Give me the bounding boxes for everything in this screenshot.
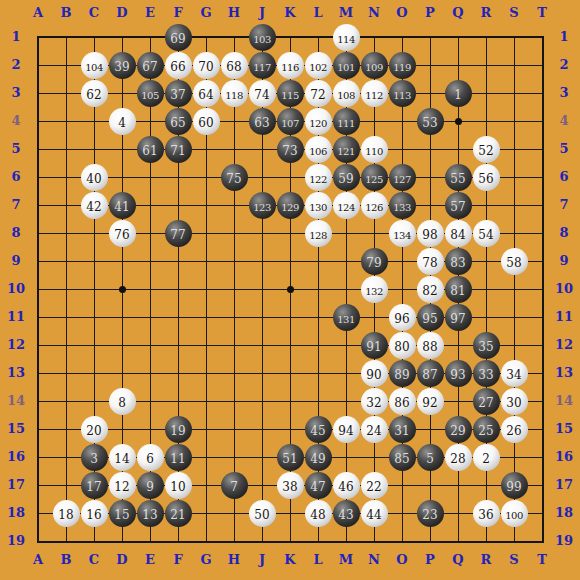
- move-number: 120: [309, 118, 327, 129]
- coordinate-label: O: [392, 4, 412, 22]
- stone[interactable]: 113: [389, 80, 416, 107]
- stone[interactable]: 22: [361, 472, 388, 499]
- stone[interactable]: 6: [137, 444, 164, 471]
- coordinate-label: 15: [550, 420, 578, 438]
- move-number: 21: [170, 508, 185, 522]
- coordinate-label: C: [84, 4, 104, 22]
- coordinate-label: 15: [2, 420, 30, 438]
- move-number: 78: [422, 256, 437, 270]
- move-number: 113: [393, 90, 411, 101]
- stone[interactable]: 42: [81, 192, 108, 219]
- move-number: 31: [394, 424, 409, 438]
- move-number: 86: [394, 396, 409, 410]
- stone[interactable]: 20: [81, 416, 108, 443]
- stone[interactable]: 105: [137, 80, 164, 107]
- move-number: 99: [506, 480, 521, 494]
- coordinate-label: 13: [2, 364, 30, 382]
- move-number: 12: [114, 480, 129, 494]
- move-number: 116: [281, 62, 299, 73]
- stone[interactable]: 103: [249, 24, 276, 51]
- stone[interactable]: 124: [333, 192, 360, 219]
- move-number: 118: [225, 90, 243, 101]
- stone[interactable]: 33: [473, 360, 500, 387]
- stone[interactable]: 84: [445, 220, 472, 247]
- coordinate-label: C: [84, 551, 104, 569]
- star-point: [119, 286, 126, 293]
- coordinate-label: L: [308, 4, 328, 22]
- stone[interactable]: 41: [109, 192, 136, 219]
- move-number: 43: [338, 508, 353, 522]
- stone[interactable]: 58: [501, 248, 528, 275]
- stone[interactable]: 77: [165, 220, 192, 247]
- coordinate-label: G: [196, 551, 216, 569]
- stone[interactable]: 112: [361, 80, 388, 107]
- stone[interactable]: 85: [389, 444, 416, 471]
- stone[interactable]: 125: [361, 164, 388, 191]
- stone[interactable]: 132: [361, 276, 388, 303]
- stone[interactable]: 52: [473, 136, 500, 163]
- coordinate-label: 13: [550, 364, 578, 382]
- stone[interactable]: 70: [193, 52, 220, 79]
- stone[interactable]: 12: [109, 472, 136, 499]
- move-number: 54: [478, 228, 493, 242]
- move-number: 18: [58, 508, 73, 522]
- coordinate-label: 1: [550, 28, 578, 46]
- move-number: 72: [310, 88, 325, 102]
- move-number: 58: [506, 256, 521, 270]
- stone[interactable]: 111: [333, 108, 360, 135]
- stone[interactable]: 14: [109, 444, 136, 471]
- coordinate-label: H: [224, 551, 244, 569]
- move-number: 109: [365, 62, 383, 73]
- stone[interactable]: 37: [165, 80, 192, 107]
- coordinate-label: 11: [550, 308, 578, 326]
- stone[interactable]: 9: [137, 472, 164, 499]
- stone[interactable]: 23: [417, 500, 444, 527]
- stone[interactable]: 24: [361, 416, 388, 443]
- stone[interactable]: 115: [277, 80, 304, 107]
- star-point: [287, 286, 294, 293]
- coordinate-label: 11: [2, 308, 30, 326]
- move-number: 131: [337, 314, 355, 325]
- move-number: 90: [366, 368, 381, 382]
- stone[interactable]: 7: [221, 472, 248, 499]
- move-number: 100: [505, 510, 523, 521]
- stone[interactable]: 127: [389, 164, 416, 191]
- stone[interactable]: 79: [361, 248, 388, 275]
- move-number: 130: [309, 202, 327, 213]
- move-number: 3: [90, 452, 98, 466]
- coordinate-label: D: [112, 4, 132, 22]
- move-number: 41: [114, 200, 129, 214]
- stone[interactable]: 74: [249, 80, 276, 107]
- move-number: 15: [114, 508, 129, 522]
- move-number: 39: [114, 60, 129, 74]
- stone[interactable]: 31: [389, 416, 416, 443]
- coordinate-label: 18: [550, 504, 578, 522]
- stone[interactable]: 30: [501, 388, 528, 415]
- stone[interactable]: 48: [305, 500, 332, 527]
- move-number: 64: [198, 88, 213, 102]
- stone[interactable]: 55: [445, 164, 472, 191]
- move-number: 34: [506, 368, 521, 382]
- move-number: 88: [422, 340, 437, 354]
- stone[interactable]: 18: [53, 500, 80, 527]
- move-number: 85: [394, 452, 409, 466]
- coordinate-label: 10: [550, 280, 578, 298]
- stone[interactable]: 131: [333, 304, 360, 331]
- stone[interactable]: 61: [137, 136, 164, 163]
- move-number: 132: [365, 286, 383, 297]
- coordinate-label: A: [28, 551, 48, 569]
- stone[interactable]: 123: [249, 192, 276, 219]
- stone[interactable]: 104: [81, 52, 108, 79]
- stone[interactable]: 128: [305, 220, 332, 247]
- move-number: 1: [454, 88, 462, 102]
- move-number: 101: [337, 62, 355, 73]
- coordinate-label: 18: [2, 504, 30, 522]
- coordinate-label: A: [28, 4, 48, 22]
- stone[interactable]: 94: [333, 416, 360, 443]
- coordinate-label: F: [168, 551, 188, 569]
- move-number: 23: [422, 508, 437, 522]
- move-number: 22: [366, 480, 381, 494]
- stone[interactable]: 10: [165, 472, 192, 499]
- stone[interactable]: 65: [165, 108, 192, 135]
- coordinate-label: T: [532, 551, 552, 569]
- coordinate-label: R: [476, 4, 496, 22]
- move-number: 69: [170, 32, 185, 46]
- move-number: 52: [478, 144, 493, 158]
- move-number: 19: [170, 424, 185, 438]
- coordinate-label: 12: [550, 336, 578, 354]
- stone[interactable]: 4: [109, 108, 136, 135]
- stone[interactable]: 3: [81, 444, 108, 471]
- stone[interactable]: 44: [361, 500, 388, 527]
- stone[interactable]: 45: [305, 416, 332, 443]
- move-number: 61: [142, 144, 157, 158]
- stone[interactable]: 119: [389, 52, 416, 79]
- move-number: 65: [170, 116, 185, 130]
- move-number: 127: [393, 174, 411, 185]
- move-number: 46: [338, 480, 353, 494]
- move-number: 17: [86, 480, 101, 494]
- move-number: 73: [282, 144, 297, 158]
- stone[interactable]: 60: [193, 108, 220, 135]
- move-number: 59: [338, 172, 353, 186]
- stone[interactable]: 110: [361, 136, 388, 163]
- move-number: 30: [506, 396, 521, 410]
- move-number: 45: [310, 424, 325, 438]
- move-number: 51: [282, 452, 297, 466]
- stone[interactable]: 36: [473, 500, 500, 527]
- move-number: 102: [309, 62, 327, 73]
- move-number: 89: [394, 368, 409, 382]
- move-number: 5: [426, 452, 434, 466]
- coordinate-label: O: [392, 551, 412, 569]
- move-number: 60: [198, 116, 213, 130]
- stone[interactable]: 89: [389, 360, 416, 387]
- move-number: 7: [230, 480, 238, 494]
- coordinate-label: E: [140, 4, 160, 22]
- stone[interactable]: 32: [361, 388, 388, 415]
- stone[interactable]: 21: [165, 500, 192, 527]
- stone[interactable]: 95: [417, 304, 444, 331]
- coordinate-label: 17: [2, 476, 30, 494]
- move-number: 49: [310, 452, 325, 466]
- stone[interactable]: 5: [417, 444, 444, 471]
- stone[interactable]: 117: [249, 52, 276, 79]
- stone[interactable]: 114: [333, 24, 360, 51]
- move-number: 126: [365, 202, 383, 213]
- move-number: 71: [170, 144, 185, 158]
- stone[interactable]: 96: [389, 304, 416, 331]
- stone[interactable]: 13: [137, 500, 164, 527]
- stone[interactable]: 39: [109, 52, 136, 79]
- stone[interactable]: 122: [305, 164, 332, 191]
- stone[interactable]: 107: [277, 108, 304, 135]
- stone[interactable]: 86: [389, 388, 416, 415]
- stone[interactable]: 57: [445, 192, 472, 219]
- stone[interactable]: 92: [417, 388, 444, 415]
- stone[interactable]: 129: [277, 192, 304, 219]
- coordinate-label: 7: [2, 196, 30, 214]
- stone[interactable]: 120: [305, 108, 332, 135]
- move-number: 104: [85, 62, 103, 73]
- coordinate-label: 4: [2, 112, 30, 130]
- coordinate-label: B: [56, 551, 76, 569]
- coordinate-label: 17: [550, 476, 578, 494]
- move-number: 44: [366, 508, 381, 522]
- stone[interactable]: 91: [361, 332, 388, 359]
- stone[interactable]: 98: [417, 220, 444, 247]
- stone[interactable]: 40: [81, 164, 108, 191]
- stone[interactable]: 75: [221, 164, 248, 191]
- coordinate-label: N: [364, 551, 384, 569]
- move-number: 129: [281, 202, 299, 213]
- move-number: 105: [141, 90, 159, 101]
- stone[interactable]: 67: [137, 52, 164, 79]
- coordinate-label: 14: [2, 392, 30, 410]
- stone[interactable]: 43: [333, 500, 360, 527]
- coordinate-label: 16: [2, 448, 30, 466]
- move-number: 75: [226, 172, 241, 186]
- move-number: 123: [253, 202, 271, 213]
- move-number: 134: [393, 230, 411, 241]
- stone[interactable]: 71: [165, 136, 192, 163]
- stone[interactable]: 76: [109, 220, 136, 247]
- stone[interactable]: 116: [277, 52, 304, 79]
- move-number: 36: [478, 508, 493, 522]
- stone[interactable]: 35: [473, 332, 500, 359]
- coordinate-label: K: [280, 551, 300, 569]
- coordinate-label: 19: [550, 532, 578, 550]
- move-number: 70: [198, 60, 213, 74]
- coordinate-label: 4: [550, 112, 578, 130]
- stone[interactable]: 49: [305, 444, 332, 471]
- stone[interactable]: 72: [305, 80, 332, 107]
- coordinate-label: H: [224, 4, 244, 22]
- stone[interactable]: 97: [445, 304, 472, 331]
- coordinate-label: P: [420, 4, 440, 22]
- move-number: 124: [337, 202, 355, 213]
- coordinate-label: 5: [2, 140, 30, 158]
- move-number: 56: [478, 172, 493, 186]
- stone[interactable]: 34: [501, 360, 528, 387]
- stone[interactable]: 27: [473, 388, 500, 415]
- move-number: 24: [366, 424, 381, 438]
- stone[interactable]: 68: [221, 52, 248, 79]
- stone[interactable]: 100: [501, 500, 528, 527]
- stone[interactable]: 59: [333, 164, 360, 191]
- stone[interactable]: 19: [165, 416, 192, 443]
- stone[interactable]: 8: [109, 388, 136, 415]
- coordinate-label: J: [252, 4, 272, 22]
- coordinate-label: 3: [2, 84, 30, 102]
- stone[interactable]: 16: [81, 500, 108, 527]
- stone[interactable]: 134: [389, 220, 416, 247]
- stone[interactable]: 88: [417, 332, 444, 359]
- move-number: 106: [309, 146, 327, 157]
- move-number: 55: [450, 172, 465, 186]
- move-number: 26: [506, 424, 521, 438]
- move-number: 82: [422, 284, 437, 298]
- stone[interactable]: 81: [445, 276, 472, 303]
- move-number: 68: [226, 60, 241, 74]
- move-number: 92: [422, 396, 437, 410]
- stone[interactable]: 83: [445, 248, 472, 275]
- move-number: 98: [422, 228, 437, 242]
- stone[interactable]: 109: [361, 52, 388, 79]
- move-number: 83: [450, 256, 465, 270]
- stone[interactable]: 25: [473, 416, 500, 443]
- coordinate-label: P: [420, 551, 440, 569]
- move-number: 11: [170, 452, 185, 466]
- stone[interactable]: 102: [305, 52, 332, 79]
- stone[interactable]: 17: [81, 472, 108, 499]
- stone[interactable]: 90: [361, 360, 388, 387]
- stone[interactable]: 121: [333, 136, 360, 163]
- stone[interactable]: 26: [501, 416, 528, 443]
- go-board[interactable]: AABBCCDDEEFFGGHHJJKKLLMMNNOOPPQQRRSSTT11…: [0, 0, 580, 580]
- stone[interactable]: 80: [389, 332, 416, 359]
- stone[interactable]: 93: [445, 360, 472, 387]
- move-number: 114: [337, 34, 355, 45]
- stone[interactable]: 2: [473, 444, 500, 471]
- stone[interactable]: 15: [109, 500, 136, 527]
- move-number: 94: [338, 424, 353, 438]
- stone[interactable]: 78: [417, 248, 444, 275]
- move-number: 79: [366, 256, 381, 270]
- coordinate-label: T: [532, 4, 552, 22]
- move-number: 111: [337, 118, 355, 129]
- move-number: 8: [118, 396, 126, 410]
- move-number: 50: [254, 508, 269, 522]
- coordinate-label: 19: [2, 532, 30, 550]
- coordinate-label: E: [140, 551, 160, 569]
- move-number: 4: [118, 116, 126, 130]
- stone[interactable]: 108: [333, 80, 360, 107]
- coordinate-label: F: [168, 4, 188, 22]
- move-number: 112: [365, 90, 383, 101]
- coordinate-label: S: [504, 4, 524, 22]
- move-number: 119: [393, 62, 411, 73]
- stone[interactable]: 53: [417, 108, 444, 135]
- stone[interactable]: 54: [473, 220, 500, 247]
- coordinate-label: G: [196, 4, 216, 22]
- coordinate-label: 9: [550, 252, 578, 270]
- stone[interactable]: 11: [165, 444, 192, 471]
- move-number: 47: [310, 480, 325, 494]
- stone[interactable]: 28: [445, 444, 472, 471]
- move-number: 133: [393, 202, 411, 213]
- stone[interactable]: 118: [221, 80, 248, 107]
- stone[interactable]: 56: [473, 164, 500, 191]
- stone[interactable]: 63: [249, 108, 276, 135]
- stone[interactable]: 73: [277, 136, 304, 163]
- coordinate-label: Q: [448, 551, 468, 569]
- stone[interactable]: 64: [193, 80, 220, 107]
- stone[interactable]: 47: [305, 472, 332, 499]
- coordinate-label: 2: [2, 56, 30, 74]
- stone[interactable]: 66: [165, 52, 192, 79]
- coordinate-label: D: [112, 551, 132, 569]
- stone[interactable]: 51: [277, 444, 304, 471]
- move-number: 87: [422, 368, 437, 382]
- stone[interactable]: 46: [333, 472, 360, 499]
- move-number: 117: [253, 62, 271, 73]
- coordinate-label: 5: [550, 140, 578, 158]
- coordinate-label: 6: [550, 168, 578, 186]
- move-number: 57: [450, 200, 465, 214]
- move-number: 37: [170, 88, 185, 102]
- move-number: 67: [142, 60, 157, 74]
- stone[interactable]: 130: [305, 192, 332, 219]
- coordinate-label: 12: [2, 336, 30, 354]
- move-number: 16: [86, 508, 101, 522]
- stone[interactable]: 99: [501, 472, 528, 499]
- coordinate-label: J: [252, 551, 272, 569]
- stone[interactable]: 101: [333, 52, 360, 79]
- stone[interactable]: 106: [305, 136, 332, 163]
- stone[interactable]: 29: [445, 416, 472, 443]
- stone[interactable]: 87: [417, 360, 444, 387]
- move-number: 28: [450, 452, 465, 466]
- stone[interactable]: 82: [417, 276, 444, 303]
- stone[interactable]: 1: [445, 80, 472, 107]
- stone[interactable]: 69: [165, 24, 192, 51]
- move-number: 66: [170, 60, 185, 74]
- stone[interactable]: 126: [361, 192, 388, 219]
- stone[interactable]: 133: [389, 192, 416, 219]
- move-number: 53: [422, 116, 437, 130]
- move-number: 25: [478, 424, 493, 438]
- stone[interactable]: 62: [81, 80, 108, 107]
- stone[interactable]: 38: [277, 472, 304, 499]
- move-number: 122: [309, 174, 327, 185]
- coordinate-label: 2: [550, 56, 578, 74]
- coordinate-label: R: [476, 551, 496, 569]
- coordinate-label: 9: [2, 252, 30, 270]
- move-number: 95: [422, 312, 437, 326]
- coordinate-label: K: [280, 4, 300, 22]
- stone[interactable]: 50: [249, 500, 276, 527]
- move-number: 35: [478, 340, 493, 354]
- move-number: 93: [450, 368, 465, 382]
- coordinate-label: 10: [2, 280, 30, 298]
- move-number: 96: [394, 312, 409, 326]
- coordinate-label: 3: [550, 84, 578, 102]
